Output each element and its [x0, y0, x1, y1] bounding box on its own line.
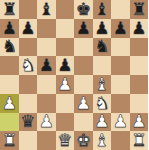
black-knight[interactable]: ♞: [0, 38, 19, 55]
square-c1[interactable]: [37, 131, 56, 150]
square-e2[interactable]: [74, 113, 93, 132]
square-c8[interactable]: ♝: [37, 0, 56, 19]
square-c2[interactable]: ♟: [37, 113, 56, 132]
square-b5[interactable]: ♞: [19, 56, 38, 75]
square-e1[interactable]: ♚: [74, 131, 93, 150]
black-pawn[interactable]: ♟: [130, 19, 149, 36]
square-e5[interactable]: [74, 56, 93, 75]
square-a2[interactable]: [0, 113, 19, 132]
square-d4[interactable]: ♟: [56, 75, 75, 94]
square-h8[interactable]: ♜: [130, 0, 149, 19]
black-pawn[interactable]: ♟: [37, 57, 56, 74]
white-rook[interactable]: ♜: [130, 132, 149, 149]
square-e6[interactable]: [74, 38, 93, 57]
square-b8[interactable]: [19, 0, 38, 19]
black-pawn[interactable]: ♟: [56, 57, 75, 74]
square-d2[interactable]: [56, 113, 75, 132]
square-e8[interactable]: ♚: [74, 0, 93, 19]
square-f5[interactable]: [93, 56, 112, 75]
square-d8[interactable]: [56, 0, 75, 19]
square-h1[interactable]: ♜: [130, 131, 149, 150]
square-g6[interactable]: [111, 38, 130, 57]
square-b2[interactable]: ♛: [19, 113, 38, 132]
square-f1[interactable]: ♝: [93, 131, 112, 150]
white-pawn[interactable]: ♟: [37, 113, 56, 130]
square-f3[interactable]: ♞: [93, 94, 112, 113]
square-d1[interactable]: ♛: [56, 131, 75, 150]
square-f2[interactable]: ♟: [93, 113, 112, 132]
square-b3[interactable]: [19, 94, 38, 113]
square-g5[interactable]: [111, 56, 130, 75]
black-rook[interactable]: ♜: [0, 0, 19, 17]
square-a5[interactable]: [0, 56, 19, 75]
square-b4[interactable]: [19, 75, 38, 94]
square-b1[interactable]: [19, 131, 38, 150]
white-pawn[interactable]: ♟: [130, 113, 149, 130]
square-c3[interactable]: [37, 94, 56, 113]
white-pawn[interactable]: ♟: [0, 94, 19, 111]
square-d7[interactable]: [56, 19, 75, 38]
white-pawn[interactable]: ♟: [56, 75, 75, 92]
square-h7[interactable]: ♟: [130, 19, 149, 38]
black-pawn[interactable]: ♟: [19, 19, 38, 36]
square-f8[interactable]: ♝: [93, 0, 112, 19]
square-h4[interactable]: [130, 75, 149, 94]
white-knight[interactable]: ♞: [19, 57, 38, 74]
square-a1[interactable]: ♜: [0, 131, 19, 150]
square-h2[interactable]: ♟: [130, 113, 149, 132]
white-king[interactable]: ♚: [74, 132, 93, 149]
black-knight[interactable]: ♞: [93, 38, 112, 55]
black-queen[interactable]: ♛: [19, 113, 38, 130]
white-pawn[interactable]: ♟: [93, 113, 112, 130]
black-pawn[interactable]: ♟: [111, 19, 130, 36]
square-h5[interactable]: [130, 56, 149, 75]
square-a6[interactable]: ♞: [0, 38, 19, 57]
square-a4[interactable]: [0, 75, 19, 94]
black-bishop[interactable]: ♝: [93, 0, 112, 17]
square-a7[interactable]: ♟: [0, 19, 19, 38]
square-g3[interactable]: [111, 94, 130, 113]
square-b7[interactable]: ♟: [19, 19, 38, 38]
square-h6[interactable]: [130, 38, 149, 57]
square-f7[interactable]: ♟: [93, 19, 112, 38]
white-bishop[interactable]: ♝: [93, 75, 112, 92]
square-e3[interactable]: ♟: [74, 94, 93, 113]
square-b6[interactable]: [19, 38, 38, 57]
black-king[interactable]: ♚: [74, 0, 93, 17]
black-pawn[interactable]: ♟: [74, 19, 93, 36]
white-knight[interactable]: ♞: [93, 94, 112, 111]
square-a8[interactable]: ♜: [0, 0, 19, 19]
white-pawn[interactable]: ♟: [74, 94, 93, 111]
square-f4[interactable]: ♝: [93, 75, 112, 94]
black-rook[interactable]: ♜: [130, 0, 149, 17]
square-e4[interactable]: [74, 75, 93, 94]
square-d3[interactable]: [56, 94, 75, 113]
square-h3[interactable]: [130, 94, 149, 113]
black-pawn[interactable]: ♟: [0, 19, 19, 36]
square-e7[interactable]: ♟: [74, 19, 93, 38]
black-bishop[interactable]: ♝: [37, 0, 56, 17]
square-d6[interactable]: [56, 38, 75, 57]
square-g1[interactable]: [111, 131, 130, 150]
white-queen[interactable]: ♛: [56, 132, 75, 149]
square-c7[interactable]: [37, 19, 56, 38]
square-c5[interactable]: ♟: [37, 56, 56, 75]
white-pawn[interactable]: ♟: [111, 113, 130, 130]
square-f6[interactable]: ♞: [93, 38, 112, 57]
square-g7[interactable]: ♟: [111, 19, 130, 38]
square-g2[interactable]: ♟: [111, 113, 130, 132]
square-a3[interactable]: ♟: [0, 94, 19, 113]
chess-board: ♜♝♚♝♜♟♟♟♟♟♟♞♞♞♟♟♟♝♟♟♞♛♟♟♟♟♜♛♚♝♜: [0, 0, 148, 150]
white-rook[interactable]: ♜: [0, 132, 19, 149]
black-pawn[interactable]: ♟: [93, 19, 112, 36]
white-bishop[interactable]: ♝: [93, 132, 112, 149]
square-d5[interactable]: ♟: [56, 56, 75, 75]
square-c4[interactable]: [37, 75, 56, 94]
square-g8[interactable]: [111, 0, 130, 19]
square-g4[interactable]: [111, 75, 130, 94]
square-c6[interactable]: [37, 38, 56, 57]
